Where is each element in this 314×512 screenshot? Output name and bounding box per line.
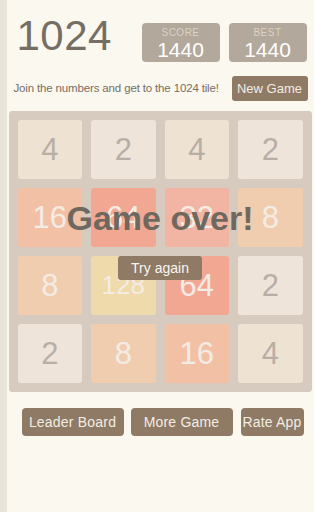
more-game-button[interactable]: More Game <box>131 408 233 436</box>
game-over-overlay: Game over! Try again <box>9 111 312 392</box>
best-value: 1440 <box>229 39 307 61</box>
try-again-button[interactable]: Try again <box>118 256 202 280</box>
new-game-button[interactable]: New Game <box>232 76 308 101</box>
best-box: BEST 1440 <box>229 23 307 62</box>
score-value: 1440 <box>142 39 220 61</box>
app-window: 1024 SCORE 1440 BEST 1440 Join the numbe… <box>7 0 314 512</box>
game-over-group: Game over! Try again <box>66 198 253 280</box>
game-board[interactable]: 42421664328812864228164 Game over! Try a… <box>9 111 312 392</box>
page-title: 1024 <box>17 12 112 60</box>
rate-app-button[interactable]: Rate App <box>241 408 304 436</box>
leader-board-button[interactable]: Leader Board <box>22 408 124 436</box>
score-box: SCORE 1440 <box>142 23 220 62</box>
game-over-message: Game over! <box>66 198 253 238</box>
goal-text: Join the numbers and get to the 1024 til… <box>14 82 219 94</box>
